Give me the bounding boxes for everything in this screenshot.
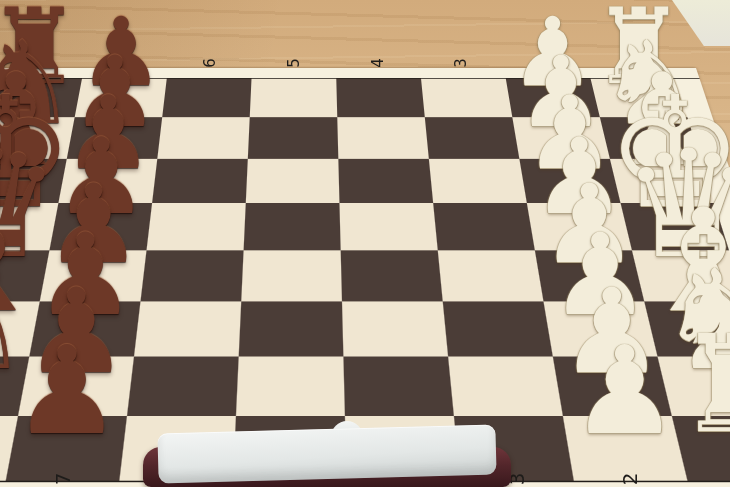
board-border-near — [574, 481, 696, 487]
square-g4[interactable] — [337, 117, 429, 158]
rank-label-far-5: 5 — [287, 58, 302, 68]
board-border-far — [420, 68, 506, 79]
square-c3[interactable] — [443, 301, 553, 356]
chess-clock-rocker-button[interactable] — [157, 425, 496, 484]
board-border-far — [336, 68, 421, 79]
board-border-far — [252, 68, 337, 79]
board-border-far — [167, 68, 252, 79]
square-f5[interactable] — [246, 159, 340, 203]
square-d5[interactable] — [241, 250, 342, 301]
rank-label-far-4: 4 — [370, 58, 385, 68]
square-h3[interactable] — [421, 79, 512, 118]
square-f6[interactable] — [152, 159, 248, 203]
square-f4[interactable] — [338, 159, 433, 203]
square-b3[interactable] — [448, 357, 563, 417]
square-h6[interactable] — [162, 79, 251, 118]
square-e5[interactable] — [244, 203, 341, 250]
chess-clock — [143, 421, 511, 487]
square-g5[interactable] — [248, 117, 339, 158]
piece-white-pawn-a2[interactable]: ♟ — [570, 330, 679, 452]
square-d3[interactable] — [438, 250, 544, 301]
square-g6[interactable] — [157, 117, 249, 158]
square-b4[interactable] — [343, 357, 454, 417]
square-e3[interactable] — [433, 203, 535, 250]
square-d6[interactable] — [140, 250, 243, 301]
square-e6[interactable] — [146, 203, 245, 250]
board-border-near — [687, 481, 730, 487]
square-d4[interactable] — [341, 250, 443, 301]
square-c5[interactable] — [239, 301, 344, 356]
square-g3[interactable] — [425, 117, 520, 158]
table-scene: 8877665544332211♜♞♝♛♚♝♞♜♟♟♟♟♟♟♟♟♟♟♟♟♟♟♟♟… — [0, 0, 730, 487]
square-f3[interactable] — [429, 159, 527, 203]
board-border-near — [0, 481, 119, 487]
square-b5[interactable] — [236, 357, 345, 417]
rank-label-far-6: 6 — [203, 58, 218, 68]
square-h5[interactable] — [250, 79, 338, 118]
square-b6[interactable] — [127, 357, 239, 417]
rank-label-far-3: 3 — [454, 58, 469, 68]
piece-white-rook-a1[interactable]: ♜ — [676, 317, 730, 452]
square-h4[interactable] — [336, 79, 425, 118]
square-e4[interactable] — [339, 203, 437, 250]
piece-black-pawn-a7[interactable]: ♟ — [12, 330, 121, 452]
square-c6[interactable] — [134, 301, 241, 356]
square-c4[interactable] — [342, 301, 448, 356]
